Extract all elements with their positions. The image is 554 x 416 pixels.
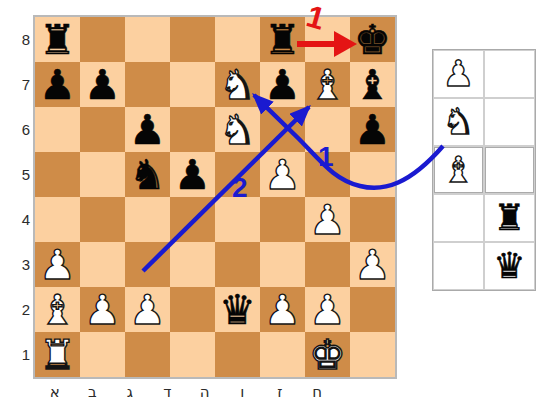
tray-cell-r3c1[interactable]: ♝ (433, 146, 484, 194)
piece-black-rook[interactable]: ♜ (39, 18, 76, 62)
square-e8[interactable] (215, 17, 260, 62)
square-e1[interactable] (215, 332, 260, 377)
tray-cell-r4c2[interactable]: ♜ (484, 194, 535, 242)
tray-piece-white-bishop[interactable]: ♝ (442, 147, 474, 193)
tray-cell-r2c2[interactable] (484, 98, 535, 146)
square-g3[interactable] (305, 242, 350, 287)
piece-black-pawn[interactable]: ♟ (174, 153, 211, 197)
square-b2[interactable]: ♟ (80, 287, 125, 332)
file-label-h: ח (299, 383, 337, 403)
piece-white-bishop[interactable]: ♝ (39, 288, 76, 332)
square-h6[interactable]: ♟ (350, 107, 395, 152)
square-g8[interactable] (305, 17, 350, 62)
piece-white-pawn[interactable]: ♟ (264, 288, 301, 332)
piece-black-knight[interactable]: ♞ (129, 153, 166, 197)
tray-cell-r2c1[interactable]: ♞ (433, 98, 484, 146)
square-c5[interactable]: ♞ (125, 152, 170, 197)
rank-label-7: 7 (0, 62, 31, 107)
file-label-e: ה (186, 383, 224, 403)
tray-piece-black-queen[interactable]: ♛ (493, 243, 525, 289)
square-f7[interactable]: ♟ (260, 62, 305, 107)
square-c4[interactable] (125, 197, 170, 242)
square-b8[interactable] (80, 17, 125, 62)
square-c8[interactable] (125, 17, 170, 62)
square-f3[interactable] (260, 242, 305, 287)
tray-cell-r3c2[interactable] (484, 146, 535, 194)
piece-black-pawn[interactable]: ♟ (39, 63, 76, 107)
chess-board: ♜♜♚♟♟♞♟♝♝♟♞♟♞♟♟♟♟♟♝♟♟♛♟♟♜♚ (33, 15, 397, 379)
square-g1[interactable]: ♚ (305, 332, 350, 377)
tray-cell-r5c2[interactable]: ♛ (484, 242, 535, 290)
rank-labels: 87654321 (0, 17, 30, 377)
square-d7[interactable] (170, 62, 215, 107)
square-d3[interactable] (170, 242, 215, 287)
square-h2[interactable] (350, 287, 395, 332)
tray-piece-black-rook[interactable]: ♜ (493, 195, 525, 241)
piece-white-king[interactable]: ♚ (309, 333, 346, 377)
square-b5[interactable] (80, 152, 125, 197)
file-label-f: ו (224, 383, 262, 403)
piece-white-knight[interactable]: ♞ (219, 108, 256, 152)
rank-label-3: 3 (0, 242, 31, 287)
piece-black-king[interactable]: ♚ (354, 18, 391, 62)
square-f1[interactable] (260, 332, 305, 377)
square-f6[interactable] (260, 107, 305, 152)
square-h8[interactable]: ♚ (350, 17, 395, 62)
square-b1[interactable] (80, 332, 125, 377)
square-e3[interactable] (215, 242, 260, 287)
file-label-b: ב (74, 383, 112, 403)
file-label-a: א (36, 383, 74, 403)
piece-black-bishop[interactable]: ♝ (354, 63, 391, 107)
piece-black-pawn[interactable]: ♟ (84, 63, 121, 107)
piece-white-pawn[interactable]: ♟ (354, 243, 391, 287)
square-e7[interactable]: ♞ (215, 62, 260, 107)
square-h7[interactable]: ♝ (350, 62, 395, 107)
tray-cell-r1c2[interactable] (484, 50, 535, 98)
square-g4[interactable]: ♟ (305, 197, 350, 242)
rank-label-2: 2 (0, 287, 31, 332)
square-e4[interactable] (215, 197, 260, 242)
piece-white-pawn[interactable]: ♟ (264, 153, 301, 197)
square-a3[interactable]: ♟ (35, 242, 80, 287)
square-d5[interactable]: ♟ (170, 152, 215, 197)
square-a8[interactable]: ♜ (35, 17, 80, 62)
square-e6[interactable]: ♞ (215, 107, 260, 152)
rank-label-1: 1 (0, 332, 31, 377)
piece-white-knight[interactable]: ♞ (219, 63, 256, 107)
square-b3[interactable] (80, 242, 125, 287)
square-g7[interactable]: ♝ (305, 62, 350, 107)
square-f5[interactable]: ♟ (260, 152, 305, 197)
square-d2[interactable] (170, 287, 215, 332)
square-a1[interactable]: ♜ (35, 332, 80, 377)
square-c6[interactable]: ♟ (125, 107, 170, 152)
square-a2[interactable]: ♝ (35, 287, 80, 332)
square-g5[interactable] (305, 152, 350, 197)
square-c2[interactable]: ♟ (125, 287, 170, 332)
square-a5[interactable] (35, 152, 80, 197)
tray-cell-r5c1[interactable] (433, 242, 484, 290)
square-d1[interactable] (170, 332, 215, 377)
square-c7[interactable] (125, 62, 170, 107)
piece-tray: ♟♞♝♜♛ (432, 49, 536, 291)
piece-white-pawn[interactable]: ♟ (309, 198, 346, 242)
file-label-c: ג (111, 383, 149, 403)
square-a7[interactable]: ♟ (35, 62, 80, 107)
rank-label-4: 4 (0, 197, 31, 242)
square-b7[interactable]: ♟ (80, 62, 125, 107)
square-c3[interactable] (125, 242, 170, 287)
file-label-g: ז (261, 383, 299, 403)
rank-label-6: 6 (0, 107, 31, 152)
file-label-d: ד (149, 383, 187, 403)
square-f4[interactable] (260, 197, 305, 242)
square-b4[interactable] (80, 197, 125, 242)
square-a6[interactable] (35, 107, 80, 152)
tray-piece-white-pawn[interactable]: ♟ (442, 51, 474, 97)
tray-piece-white-knight[interactable]: ♞ (442, 99, 474, 145)
piece-white-pawn[interactable]: ♟ (309, 288, 346, 332)
square-f8[interactable]: ♜ (260, 17, 305, 62)
square-g6[interactable] (305, 107, 350, 152)
piece-black-pawn[interactable]: ♟ (129, 108, 166, 152)
piece-black-queen[interactable]: ♛ (219, 288, 256, 332)
square-c1[interactable] (125, 332, 170, 377)
square-g2[interactable]: ♟ (305, 287, 350, 332)
piece-white-pawn[interactable]: ♟ (39, 243, 76, 287)
square-d8[interactable] (170, 17, 215, 62)
square-h1[interactable] (350, 332, 395, 377)
piece-white-rook[interactable]: ♜ (39, 333, 76, 377)
piece-black-pawn[interactable]: ♟ (264, 63, 301, 107)
board-grid: ♜♜♚♟♟♞♟♝♝♟♞♟♞♟♟♟♟♟♝♟♟♛♟♟♜♚ (35, 17, 395, 377)
piece-black-pawn[interactable]: ♟ (354, 108, 391, 152)
square-h3[interactable]: ♟ (350, 242, 395, 287)
file-labels: אבגדהוזח (36, 383, 336, 403)
square-e2[interactable]: ♛ (215, 287, 260, 332)
square-e5[interactable] (215, 152, 260, 197)
rank-label-8: 8 (0, 17, 31, 62)
square-h5[interactable] (350, 152, 395, 197)
chess-lesson-screen: 87654321 ♜♜♚♟♟♞♟♝♝♟♞♟♞♟♟♟♟♟♝♟♟♛♟♟♜♚ אבגד… (0, 0, 554, 416)
square-d4[interactable] (170, 197, 215, 242)
square-f2[interactable]: ♟ (260, 287, 305, 332)
square-d6[interactable] (170, 107, 215, 152)
square-h4[interactable] (350, 197, 395, 242)
tray-cell-r1c1[interactable]: ♟ (433, 50, 484, 98)
piece-white-pawn[interactable]: ♟ (129, 288, 166, 332)
rank-label-5: 5 (0, 152, 31, 197)
tray-cell-r4c1[interactable] (433, 194, 484, 242)
square-b6[interactable] (80, 107, 125, 152)
piece-white-bishop[interactable]: ♝ (309, 63, 346, 107)
piece-white-pawn[interactable]: ♟ (84, 288, 121, 332)
square-a4[interactable] (35, 197, 80, 242)
piece-black-rook[interactable]: ♜ (264, 18, 301, 62)
